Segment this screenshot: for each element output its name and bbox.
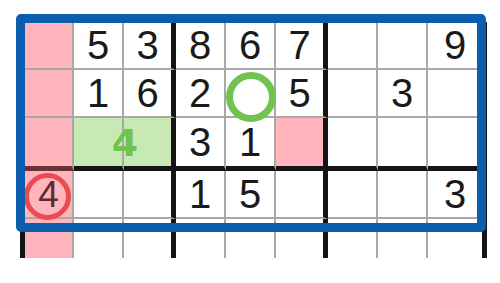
cell-r5c9[interactable] — [428, 219, 482, 258]
cell-r2c3[interactable]: 6 — [124, 70, 176, 118]
cell-r1c8[interactable] — [378, 22, 428, 70]
cell-r3c1[interactable] — [25, 118, 74, 171]
cell-r3c8[interactable] — [378, 118, 428, 171]
cell-r1c7[interactable] — [328, 22, 378, 70]
cell-r3c9[interactable] — [428, 118, 482, 171]
cell-r3c5[interactable]: 1 — [226, 118, 276, 171]
cell-r5c2[interactable] — [74, 219, 124, 258]
cell-r3c3[interactable] — [124, 118, 176, 171]
cell-r4c4[interactable]: 1 — [176, 171, 226, 219]
cell-r2c8[interactable]: 3 — [378, 70, 428, 118]
cell-r2c2[interactable]: 1 — [74, 70, 124, 118]
cell-r1c2[interactable]: 5 — [74, 22, 124, 70]
cell-r2c1[interactable] — [25, 70, 74, 118]
cell-r3c4[interactable]: 3 — [176, 118, 226, 171]
cell-r4c8[interactable] — [378, 171, 428, 219]
cell-r4c5[interactable]: 5 — [226, 171, 276, 219]
cell-r3c7[interactable] — [328, 118, 378, 171]
cell-r5c4[interactable] — [176, 219, 226, 258]
cell-r4c2[interactable] — [74, 171, 124, 219]
cell-r4c9[interactable]: 3 — [428, 171, 482, 219]
cell-r1c4[interactable]: 8 — [176, 22, 226, 70]
sudoku-grid: 53867916253314153 — [20, 22, 487, 258]
cell-r1c1[interactable] — [25, 22, 74, 70]
cell-r4c6[interactable] — [276, 171, 328, 219]
cell-r3c6[interactable] — [276, 118, 328, 171]
green-circle-annotation — [226, 72, 276, 122]
cell-r2c9[interactable] — [428, 70, 482, 118]
cell-r1c9[interactable]: 9 — [428, 22, 482, 70]
cell-r1c3[interactable]: 3 — [124, 22, 176, 70]
cell-r3c2[interactable] — [74, 118, 124, 171]
cell-r2c6[interactable]: 5 — [276, 70, 328, 118]
cell-r5c8[interactable] — [378, 219, 428, 258]
cell-r2c7[interactable] — [328, 70, 378, 118]
red-circle-annotation — [24, 173, 71, 220]
cell-r4c7[interactable] — [328, 171, 378, 219]
cell-r5c7[interactable] — [328, 219, 378, 258]
sudoku-diagram: 53867916253314153 4 — [0, 0, 500, 283]
cell-r5c6[interactable] — [276, 219, 328, 258]
cell-r5c1[interactable] — [25, 219, 74, 258]
cell-r4c3[interactable] — [124, 171, 176, 219]
cell-r1c5[interactable]: 6 — [226, 22, 276, 70]
cell-r1c6[interactable]: 7 — [276, 22, 328, 70]
cell-r5c5[interactable] — [226, 219, 276, 258]
cell-r2c4[interactable]: 2 — [176, 70, 226, 118]
cell-r5c3[interactable] — [124, 219, 176, 258]
